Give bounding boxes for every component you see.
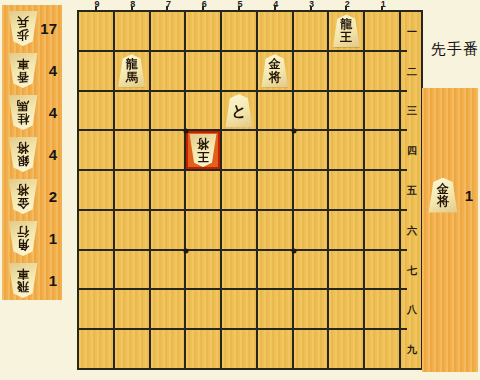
board-square[interactable]: 王将 xyxy=(186,131,220,169)
file-label: 5 xyxy=(222,0,258,9)
board-square[interactable] xyxy=(151,251,185,289)
board-square[interactable] xyxy=(294,290,328,328)
captured-count: 4 xyxy=(49,104,57,121)
board-square[interactable] xyxy=(151,211,185,249)
shogi-board: 龍王龍馬金将と王将 一二三四五六七八九 xyxy=(77,10,423,370)
board-square[interactable] xyxy=(115,290,149,328)
board-square[interactable] xyxy=(329,290,363,328)
captured-piece-row: 飛車1 xyxy=(2,259,62,301)
board-square[interactable] xyxy=(115,251,149,289)
board-square[interactable] xyxy=(329,171,363,209)
board-square[interactable] xyxy=(258,92,292,130)
captured-piece-row: 桂馬4 xyxy=(2,91,62,133)
rank-label: 五 xyxy=(403,185,421,196)
rank-label: 七 xyxy=(403,264,421,275)
piece-gold-general[interactable]: 金将 xyxy=(261,54,289,87)
board-square[interactable] xyxy=(186,52,220,90)
gote-captured-tray: 歩兵17香車4桂馬4銀将4金将2角行1飛車1 xyxy=(2,5,62,300)
board-square[interactable] xyxy=(329,330,363,368)
turn-indicator: 先手番 xyxy=(431,40,479,59)
piece-king[interactable]: 王将 xyxy=(189,134,217,167)
board-square[interactable] xyxy=(186,92,220,130)
board-square[interactable] xyxy=(329,52,363,90)
sente-captured-tray: 金将1 xyxy=(422,88,478,372)
file-tick xyxy=(238,6,240,11)
board-square[interactable] xyxy=(365,290,399,328)
board-square[interactable] xyxy=(294,251,328,289)
rank-tick xyxy=(401,209,407,211)
board-square[interactable] xyxy=(222,251,256,289)
file-tick xyxy=(345,6,347,11)
board-square[interactable] xyxy=(79,52,113,90)
rank-label: 四 xyxy=(403,145,421,156)
board-square[interactable] xyxy=(365,330,399,368)
board-square[interactable] xyxy=(151,290,185,328)
board-square[interactable] xyxy=(115,92,149,130)
captured-piece-row: 金将1 xyxy=(422,174,478,216)
board-square[interactable] xyxy=(151,12,185,50)
board-square[interactable] xyxy=(186,330,220,368)
file-label: 6 xyxy=(186,0,222,9)
rank-tick xyxy=(401,90,407,92)
board-square[interactable] xyxy=(151,92,185,130)
board-square[interactable] xyxy=(294,211,328,249)
piece-knight[interactable]: 桂馬 xyxy=(8,95,38,130)
board-square[interactable] xyxy=(79,290,113,328)
piece-promoted-rook[interactable]: 龍王 xyxy=(332,14,360,47)
file-label: 9 xyxy=(79,0,115,9)
file-tick xyxy=(274,6,276,11)
captured-count: 17 xyxy=(40,20,57,37)
rank-label: 一 xyxy=(403,25,421,36)
piece-bishop[interactable]: 角行 xyxy=(8,221,38,256)
board-square[interactable] xyxy=(186,211,220,249)
board-square[interactable] xyxy=(79,92,113,130)
file-tick xyxy=(381,6,383,11)
board-square[interactable] xyxy=(365,251,399,289)
board-square[interactable] xyxy=(222,211,256,249)
board-square[interactable] xyxy=(365,211,399,249)
rank-label: 八 xyxy=(403,304,421,315)
piece-gold-general[interactable]: 金将 xyxy=(8,179,38,214)
board-square[interactable] xyxy=(79,251,113,289)
captured-piece-row: 角行1 xyxy=(2,217,62,259)
file-tick xyxy=(166,6,168,11)
piece-pawn[interactable]: 歩兵 xyxy=(8,11,38,46)
rank-label: 九 xyxy=(403,344,421,355)
board-square[interactable] xyxy=(294,330,328,368)
board-square[interactable] xyxy=(79,211,113,249)
board-square[interactable]: 龍王 xyxy=(329,12,363,50)
board-square[interactable] xyxy=(222,290,256,328)
board-square[interactable] xyxy=(115,211,149,249)
board-square[interactable] xyxy=(151,52,185,90)
board-square[interactable] xyxy=(222,171,256,209)
board-square[interactable] xyxy=(151,131,185,169)
board-square[interactable] xyxy=(365,52,399,90)
board-square[interactable] xyxy=(329,251,363,289)
rank-tick xyxy=(401,328,407,330)
captured-count: 4 xyxy=(49,62,57,79)
piece-gold-general[interactable]: 金将 xyxy=(428,178,458,213)
board-square[interactable] xyxy=(294,131,328,169)
rank-tick xyxy=(401,288,407,290)
board-square[interactable] xyxy=(79,12,113,50)
board-square[interactable] xyxy=(151,330,185,368)
board-square[interactable]: 金将 xyxy=(258,52,292,90)
board-square[interactable] xyxy=(222,330,256,368)
board-square[interactable] xyxy=(258,211,292,249)
file-tick xyxy=(202,6,204,11)
file-label: 1 xyxy=(365,0,401,9)
board-square[interactable] xyxy=(365,131,399,169)
shogi-app: 987654321 龍王龍馬金将と王将 一二三四五六七八九 歩兵17香車4桂馬4… xyxy=(0,0,480,380)
board-square[interactable] xyxy=(258,12,292,50)
board-square[interactable] xyxy=(365,171,399,209)
captured-piece-row: 歩兵17 xyxy=(2,7,62,49)
star-point xyxy=(291,129,296,134)
file-tick xyxy=(95,6,97,11)
file-labels: 987654321 xyxy=(79,0,401,9)
board-square[interactable] xyxy=(79,330,113,368)
board-square[interactable]: と xyxy=(222,92,256,130)
rank-tick xyxy=(401,50,407,52)
board-square[interactable] xyxy=(329,92,363,130)
board-square[interactable] xyxy=(329,131,363,169)
piece-lance[interactable]: 香車 xyxy=(8,53,38,88)
board-square[interactable] xyxy=(294,12,328,50)
board-square[interactable] xyxy=(186,290,220,328)
board-square[interactable] xyxy=(222,131,256,169)
board-square[interactable] xyxy=(186,12,220,50)
board-square[interactable] xyxy=(115,330,149,368)
board-square[interactable] xyxy=(222,12,256,50)
file-label: 8 xyxy=(115,0,151,9)
board-square[interactable] xyxy=(365,12,399,50)
file-label: 7 xyxy=(151,0,187,9)
board-square[interactable] xyxy=(186,251,220,289)
board-square[interactable] xyxy=(79,171,113,209)
board-square[interactable] xyxy=(186,171,220,209)
board-square[interactable] xyxy=(115,12,149,50)
file-tick xyxy=(310,6,312,11)
rank-label: 三 xyxy=(403,105,421,116)
captured-count: 2 xyxy=(49,188,57,205)
file-label: 2 xyxy=(329,0,365,9)
board-square[interactable] xyxy=(79,131,113,169)
captured-piece-row: 香車4 xyxy=(2,49,62,91)
board-square[interactable] xyxy=(258,290,292,328)
rank-tick xyxy=(401,129,407,131)
file-label: 3 xyxy=(294,0,330,9)
star-point xyxy=(291,248,296,253)
captured-count: 4 xyxy=(49,146,57,163)
board-square[interactable] xyxy=(258,131,292,169)
board-square[interactable] xyxy=(294,171,328,209)
board-square[interactable] xyxy=(365,92,399,130)
board-square[interactable] xyxy=(258,171,292,209)
piece-silver-general[interactable]: 銀将 xyxy=(8,137,38,172)
file-tick xyxy=(131,6,133,11)
board-square[interactable] xyxy=(329,211,363,249)
star-point xyxy=(184,129,189,134)
board-square[interactable] xyxy=(222,52,256,90)
board-square[interactable] xyxy=(115,171,149,209)
board-square[interactable]: 龍馬 xyxy=(115,52,149,90)
rank-tick xyxy=(401,249,407,251)
captured-count: 1 xyxy=(49,272,57,289)
piece-tokin[interactable]: と xyxy=(225,94,253,127)
board-square[interactable] xyxy=(151,171,185,209)
board-square[interactable] xyxy=(294,52,328,90)
file-label: 4 xyxy=(258,0,294,9)
rank-label: 六 xyxy=(403,224,421,235)
captured-piece-row: 銀将4 xyxy=(2,133,62,175)
piece-rook[interactable]: 飛車 xyxy=(8,263,38,298)
captured-piece-row: 金将2 xyxy=(2,175,62,217)
rank-label: 二 xyxy=(403,65,421,76)
captured-count: 1 xyxy=(49,230,57,247)
board-square[interactable] xyxy=(258,330,292,368)
board-square[interactable] xyxy=(258,251,292,289)
board-square[interactable] xyxy=(115,131,149,169)
board-square[interactable] xyxy=(294,92,328,130)
star-point xyxy=(184,248,189,253)
piece-promoted-bishop[interactable]: 龍馬 xyxy=(118,54,146,87)
rank-tick xyxy=(401,169,407,171)
captured-count: 1 xyxy=(465,187,473,204)
board-grid: 龍王龍馬金将と王将 xyxy=(79,12,401,368)
